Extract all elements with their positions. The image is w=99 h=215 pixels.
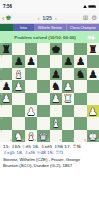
- piece-bP-f7[interactable]: ♟: [63, 56, 72, 67]
- piece-wP-e4[interactable]: ♟: [51, 93, 60, 104]
- file-label-h: h: [97, 139, 99, 142]
- piece-bR-a8[interactable]: ♜: [1, 44, 10, 55]
- square-e6[interactable]: ♟: [50, 68, 62, 80]
- puzzle-counter: 1/25: [43, 16, 52, 21]
- move-list-line-2[interactable]: ♗xg5 18. ♗xf6 ♕d8 19. ♖f1: [3, 150, 96, 156]
- piece-wB-b6[interactable]: ♝: [14, 69, 23, 80]
- square-d4[interactable]: [37, 93, 49, 105]
- piece-bP-b7[interactable]: ♟: [14, 56, 23, 67]
- square-b6[interactable]: ♝: [12, 68, 24, 80]
- square-c2[interactable]: [25, 117, 37, 129]
- square-g4[interactable]: [74, 93, 86, 105]
- rank-label-2: 2: [1, 117, 3, 120]
- prev-puzzle-button[interactable]: ‹: [38, 15, 40, 21]
- square-h8[interactable]: ♜: [87, 43, 99, 55]
- square-d3[interactable]: [37, 105, 49, 117]
- piece-wP-f5[interactable]: ♟: [63, 81, 72, 92]
- square-g6[interactable]: ♞: [74, 68, 86, 80]
- square-h7[interactable]: [87, 55, 99, 67]
- square-a7[interactable]: 7: [0, 55, 12, 67]
- puzzle-pager: ‹ 1/25 ›: [12, 15, 83, 21]
- tab-wilhelm-steinitz[interactable]: Wilhelm Steinitz: [34, 24, 66, 31]
- square-a5[interactable]: 5♟: [0, 80, 12, 92]
- square-c7[interactable]: ♟: [25, 55, 37, 67]
- clock-time: 7:56: [3, 4, 12, 9]
- square-a1[interactable]: 1a: [0, 130, 12, 142]
- rank-label-4: 4: [1, 93, 3, 96]
- square-c3[interactable]: ♟: [25, 105, 37, 117]
- square-b7[interactable]: ♟: [12, 55, 24, 67]
- grid-icon[interactable]: ⊞: [83, 15, 88, 22]
- gear-icon[interactable]: ⚙: [91, 15, 97, 22]
- piece-bK-e8[interactable]: ♚: [51, 44, 60, 55]
- square-d1[interactable]: d♛: [37, 130, 49, 142]
- square-e8[interactable]: ♚: [50, 43, 62, 55]
- square-c4[interactable]: [25, 93, 37, 105]
- square-f2[interactable]: [62, 117, 74, 129]
- square-g7[interactable]: ♟: [74, 55, 86, 67]
- game-source-caption: Steinitz, Wilhelm (CZE) - Fraser, George…: [3, 157, 96, 169]
- square-d5[interactable]: [37, 80, 49, 92]
- piece-wP-c3[interactable]: ♟: [26, 106, 35, 117]
- square-c6[interactable]: [25, 68, 37, 80]
- square-b1[interactable]: b♞: [12, 130, 24, 142]
- square-a3[interactable]: 3: [0, 105, 12, 117]
- square-a4[interactable]: 4♟: [0, 93, 12, 105]
- status-bar: 7:56: [0, 0, 99, 13]
- square-h4[interactable]: [87, 93, 99, 105]
- piece-wB-e2[interactable]: ♝: [51, 118, 60, 129]
- rank-label-8: 8: [1, 43, 3, 46]
- course-tab-strip: Intro Wilhelm Steinitz Chess Champion: [0, 24, 99, 31]
- piece-bP-g7[interactable]: ♟: [76, 56, 85, 67]
- square-b2[interactable]: [12, 117, 24, 129]
- piece-bN-e5[interactable]: ♞: [51, 81, 60, 92]
- chess-board: 8♜♚♜7♟♟♟♟6♝♟♞♟5♟♟♞♟4♟♟♜3♟♟2♝1ab♞c♝d♛efgh…: [0, 43, 99, 142]
- square-h6[interactable]: ♟: [87, 68, 99, 80]
- piece-bP-c7[interactable]: ♟: [26, 56, 35, 67]
- tab-intro[interactable]: Intro: [13, 24, 34, 31]
- rank-label-5: 5: [1, 80, 3, 83]
- square-c5[interactable]: [25, 80, 37, 92]
- piece-bR-h8[interactable]: ♜: [88, 44, 97, 55]
- square-c1[interactable]: c♝: [25, 130, 37, 142]
- square-e7[interactable]: [50, 55, 62, 67]
- square-b3[interactable]: [12, 105, 24, 117]
- square-f3[interactable]: [62, 105, 74, 117]
- piece-bP-h6[interactable]: ♟: [88, 69, 97, 80]
- square-b4[interactable]: [12, 93, 24, 105]
- square-h5[interactable]: [87, 80, 99, 92]
- square-d2[interactable]: [37, 117, 49, 129]
- piece-bN-g6[interactable]: ♞: [76, 69, 85, 80]
- square-d7[interactable]: [37, 55, 49, 67]
- piece-wP-b5[interactable]: ♟: [14, 81, 23, 92]
- square-e4[interactable]: ♟: [50, 93, 62, 105]
- square-g8[interactable]: [74, 43, 86, 55]
- square-e2[interactable]: ♝: [50, 117, 62, 129]
- piece-bP-a5[interactable]: ♟: [1, 81, 10, 92]
- square-f6[interactable]: [62, 68, 74, 80]
- square-a6[interactable]: 6: [0, 68, 12, 80]
- square-a8[interactable]: 8♜: [0, 43, 12, 55]
- square-f7[interactable]: ♟: [62, 55, 74, 67]
- piece-wP-h3[interactable]: ♟: [88, 106, 97, 117]
- piece-wR-f4[interactable]: ♜: [63, 93, 72, 104]
- problem-solved-text: Problem solved (10/10, 00:00): [3, 35, 87, 40]
- square-d6[interactable]: [37, 68, 49, 80]
- toggle-knob: [91, 36, 95, 40]
- square-h3[interactable]: ♟: [87, 105, 99, 117]
- square-b8[interactable]: [12, 43, 24, 55]
- square-a2[interactable]: 2: [0, 117, 12, 129]
- rank-label-7: 7: [1, 56, 3, 59]
- rank-label-3: 3: [1, 105, 3, 108]
- square-b5[interactable]: ♟: [12, 80, 24, 92]
- tab-board[interactable]: [0, 24, 13, 31]
- piece-bP-e6[interactable]: ♟: [51, 69, 60, 80]
- problem-solved-banner: Problem solved (10/10, 00:00): [0, 31, 99, 43]
- square-h1[interactable]: h♚: [87, 130, 99, 142]
- next-puzzle-button[interactable]: ›: [55, 15, 57, 21]
- square-e1[interactable]: e: [50, 130, 62, 142]
- square-e3[interactable]: [50, 105, 62, 117]
- tab-chess-champion[interactable]: Chess Champion: [66, 24, 99, 31]
- square-c8[interactable]: [25, 43, 37, 55]
- notation-panel: 15. ♗b5 ♘e5 16. ♗xe5 ♗h6 17. ♖f6 ♗xg5 18…: [0, 142, 99, 171]
- square-f4[interactable]: ♜: [62, 93, 74, 105]
- square-e5[interactable]: ♞: [50, 80, 62, 92]
- battery-icon: [88, 5, 96, 9]
- piece-wP-a4[interactable]: ♟: [1, 93, 10, 104]
- square-f8[interactable]: [62, 43, 74, 55]
- square-d8[interactable]: [37, 43, 49, 55]
- square-f1[interactable]: f: [62, 130, 74, 142]
- back-chevron-icon[interactable]: ‹: [2, 15, 4, 22]
- square-f5[interactable]: ♟: [62, 80, 74, 92]
- square-g5[interactable]: [74, 80, 86, 92]
- square-g1[interactable]: g: [74, 130, 86, 142]
- rank-label-1: 1: [1, 130, 3, 133]
- banner-toggle[interactable]: [87, 35, 96, 40]
- square-h2[interactable]: [87, 117, 99, 129]
- square-g3[interactable]: [74, 105, 86, 117]
- rank-label-6: 6: [1, 68, 3, 71]
- wifi-icon: [83, 5, 87, 8]
- navigation-toolbar: ‹ ♚ ‹ 1/25 › ⊞ ⚙: [0, 13, 99, 24]
- square-g2[interactable]: [74, 117, 86, 129]
